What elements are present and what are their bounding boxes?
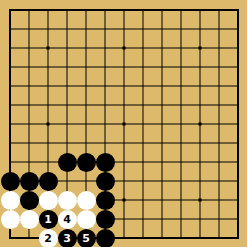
- stone-black[interactable]: [96, 210, 115, 229]
- stone-white-move-2[interactable]: 2: [39, 229, 58, 247]
- stone-white[interactable]: [77, 210, 96, 229]
- stone-black[interactable]: [20, 191, 39, 210]
- stone-white[interactable]: [20, 210, 39, 229]
- stone-black[interactable]: [96, 229, 115, 247]
- go-board[interactable]: 14235: [0, 0, 247, 247]
- move-number-label: 5: [82, 233, 90, 244]
- stone-black[interactable]: [58, 153, 77, 172]
- stone-black-move-5[interactable]: 5: [77, 229, 96, 247]
- stone-white-move-4[interactable]: 4: [58, 210, 77, 229]
- stone-black-move-3[interactable]: 3: [58, 229, 77, 247]
- stone-black[interactable]: [96, 191, 115, 210]
- stone-white[interactable]: [39, 191, 58, 210]
- move-number-label: 3: [63, 233, 71, 244]
- stone-white[interactable]: [1, 210, 20, 229]
- go-diagram: 14235: [0, 0, 247, 247]
- stones-layer: 14235: [1, 1, 248, 247]
- stone-black[interactable]: [20, 172, 39, 191]
- move-number-label: 1: [44, 214, 52, 225]
- stone-black[interactable]: [96, 153, 115, 172]
- stone-black-move-1[interactable]: 1: [39, 210, 58, 229]
- stone-black[interactable]: [77, 153, 96, 172]
- stone-white[interactable]: [77, 191, 96, 210]
- stone-black[interactable]: [1, 172, 20, 191]
- move-number-label: 4: [63, 214, 71, 225]
- stone-white[interactable]: [58, 191, 77, 210]
- stone-black[interactable]: [39, 172, 58, 191]
- stone-black[interactable]: [96, 172, 115, 191]
- stone-white[interactable]: [1, 191, 20, 210]
- move-number-label: 2: [44, 233, 52, 244]
